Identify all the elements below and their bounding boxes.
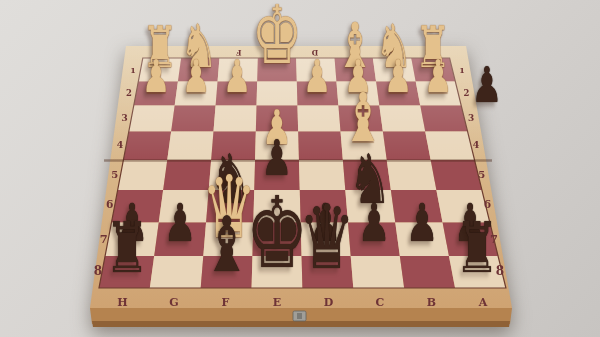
piece-black-pawn-b7[interactable]: ♟ [422,250,458,290]
pawn-glyph: ♟ [383,54,412,99]
rank-label-right-5: 5 [478,169,485,180]
piece-black-rook-h8[interactable]: ♜ [127,283,175,337]
rank-label-left-2: 2 [126,88,132,98]
pawn-glyph: ♟ [405,198,438,250]
pawn-glyph: ♟ [142,54,171,99]
rook-glyph: ♜ [105,213,149,283]
piece-black-rook-a8[interactable]: ♜ [477,283,525,337]
pawn-glyph: ♟ [222,54,251,99]
pawn-glyph: ♟ [424,54,453,99]
captured-black-pawn[interactable]: ♟ [487,110,521,148]
piece-black-bishop-f8[interactable]: ♝ [227,283,280,337]
rank-label-left-3: 3 [122,113,128,123]
king-glyph: ♚ [251,0,302,76]
pawn-glyph: ♟ [164,198,197,250]
rank-label-left-5: 5 [111,169,118,180]
chessboard-photo-scene: HGFEDCBAHGFEDCBA1234567812345678 ♜♞♝♚♞♜♟… [0,0,600,337]
rank-label-left-8: 8 [94,264,102,278]
pawn-glyph: ♟ [471,61,502,110]
pawn-glyph: ♟ [357,198,390,250]
pawn-glyph: ♟ [303,54,332,99]
rank-label-right-1: 1 [459,65,465,75]
rook-glyph: ♜ [455,213,499,283]
file-label-near-B: B [427,296,436,309]
piece-black-king-e8[interactable]: ♚ [277,283,345,337]
piece-white-pawn-a2[interactable]: ♟ [438,100,469,135]
king-glyph: ♚ [246,185,308,283]
rank-label-left-4: 4 [117,139,124,150]
pawn-glyph: ♟ [182,54,211,99]
rank-label-right-4: 4 [473,139,480,150]
bishop-glyph: ♝ [203,207,251,283]
piece-white-pawn-g2[interactable]: ♟ [196,100,227,135]
piece-white-pawn-b2[interactable]: ♟ [398,100,429,135]
piece-white-pawn-h2[interactable]: ♟ [156,100,187,135]
rank-label-left-1: 1 [130,65,136,75]
